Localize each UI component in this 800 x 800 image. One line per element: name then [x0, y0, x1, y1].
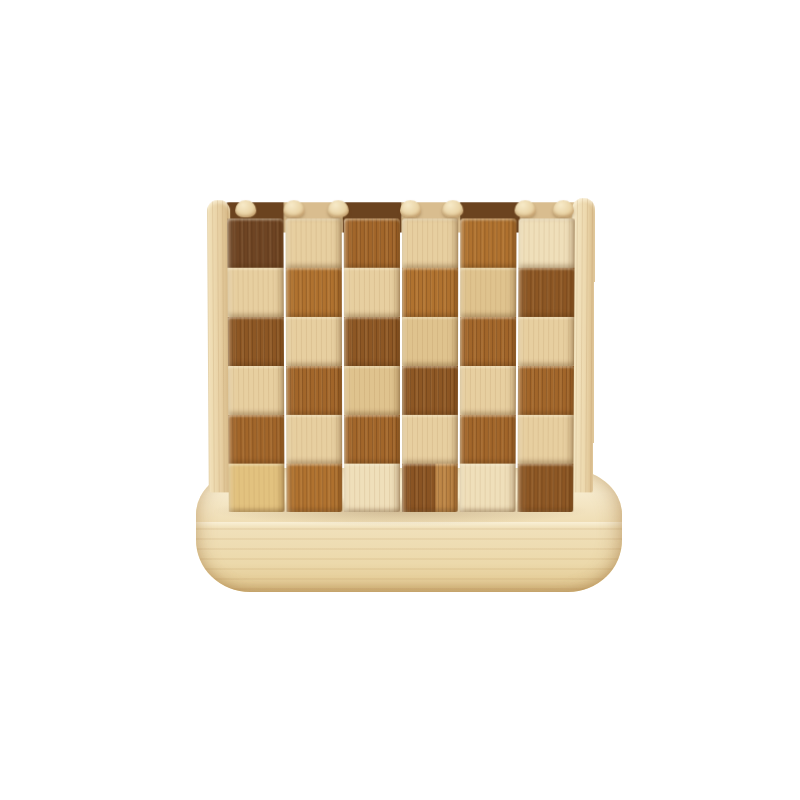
peg-5: [442, 200, 463, 217]
block-r3-c4-light: [402, 317, 458, 366]
block-r2-c1-light: [227, 268, 283, 317]
block-r1-c6-light: [518, 218, 574, 267]
block-r5-c5-dark: [460, 415, 516, 464]
column-2: [285, 218, 342, 512]
peg-6: [515, 200, 536, 217]
column-5: [460, 218, 517, 512]
peg-4: [400, 200, 421, 217]
block-r5-c2-light: [286, 415, 342, 464]
block-r3-c6-light: [518, 317, 574, 366]
block-r5-c1-dark: [228, 415, 284, 464]
block-r6-c4-dark: [402, 464, 458, 513]
block-r3-c5-dark: [460, 317, 516, 366]
block-r5-c4-light: [402, 415, 458, 464]
block-r1-c1-dark: [227, 218, 283, 267]
peg-1: [235, 200, 256, 217]
block-r4-c5-light: [460, 366, 516, 415]
block-r5-c6-light: [518, 415, 574, 464]
column-6: [517, 218, 574, 512]
peg-3: [328, 200, 349, 217]
block-r4-c4-dark: [402, 366, 458, 415]
product-photo: [0, 0, 800, 800]
block-r1-c4-light: [402, 218, 458, 267]
block-r6-c3-light: [344, 464, 400, 513]
block-r2-c2-dark: [286, 268, 342, 317]
block-r6-c2-dark: [286, 464, 342, 513]
block-r1-c5-dark: [460, 218, 516, 267]
block-r3-c2-light: [286, 317, 342, 366]
block-r2-c6-dark: [518, 268, 574, 317]
block-r6-c5-light: [460, 464, 516, 513]
column-1: [227, 218, 284, 512]
block-r3-c1-dark: [228, 317, 284, 366]
block-r6-c6-dark: [517, 464, 573, 513]
block-r6-c1-light: [229, 464, 285, 513]
block-r1-c2-light: [285, 218, 341, 267]
column-4: [402, 218, 458, 512]
block-r3-c3-dark: [344, 317, 400, 366]
block-r2-c4-dark: [402, 268, 458, 317]
block-r2-c5-light: [460, 268, 516, 317]
block-r4-c2-dark: [286, 366, 342, 415]
columns: [227, 218, 575, 512]
block-r1-c3-dark: [344, 218, 400, 267]
column-3: [344, 218, 400, 512]
peg-2: [283, 200, 304, 217]
peg-7: [553, 200, 574, 217]
block-r2-c3-light: [344, 268, 400, 317]
block-r4-c3-light: [344, 366, 400, 415]
game-board: [0, 0, 800, 794]
block-r5-c3-dark: [344, 415, 400, 464]
block-r4-c1-light: [228, 366, 284, 415]
block-r4-c6-dark: [518, 366, 574, 415]
